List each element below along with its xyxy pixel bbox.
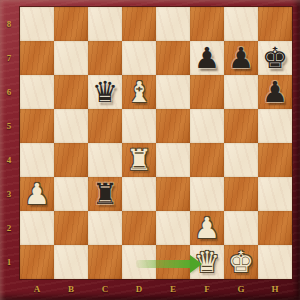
black-pawn-g7[interactable]: ♟	[224, 41, 258, 75]
rank-label-6: 6	[2, 75, 16, 109]
white-rook-d4[interactable]: ♜	[122, 143, 156, 177]
square-c2[interactable]	[88, 211, 122, 245]
square-c6[interactable]: ♛	[88, 75, 122, 109]
square-e3[interactable]	[156, 177, 190, 211]
white-bishop-d6[interactable]: ♝	[122, 75, 156, 109]
last-move-arrow-shaft	[136, 260, 190, 268]
square-e6[interactable]	[156, 75, 190, 109]
square-a4[interactable]	[20, 143, 54, 177]
square-h3[interactable]	[258, 177, 292, 211]
file-label-d: D	[122, 279, 156, 300]
square-a3[interactable]: ♟	[20, 177, 54, 211]
rank-label-1: 1	[2, 245, 16, 279]
square-b8[interactable]	[54, 7, 88, 41]
square-h5[interactable]	[258, 109, 292, 143]
file-label-h: H	[258, 279, 292, 300]
file-label-b: B	[54, 279, 88, 300]
square-b1[interactable]	[54, 245, 88, 279]
square-f8[interactable]	[190, 7, 224, 41]
square-c3[interactable]: ♜	[88, 177, 122, 211]
square-f4[interactable]	[190, 143, 224, 177]
rank-label-7: 7	[2, 41, 16, 75]
square-e5[interactable]	[156, 109, 190, 143]
square-h1[interactable]	[258, 245, 292, 279]
square-c5[interactable]	[88, 109, 122, 143]
square-g5[interactable]	[224, 109, 258, 143]
square-c8[interactable]	[88, 7, 122, 41]
square-h2[interactable]	[258, 211, 292, 245]
file-label-g: G	[224, 279, 258, 300]
rank-label-4: 4	[2, 143, 16, 177]
file-label-f: F	[190, 279, 224, 300]
square-h4[interactable]	[258, 143, 292, 177]
square-g2[interactable]	[224, 211, 258, 245]
square-g3[interactable]	[224, 177, 258, 211]
black-queen-c6[interactable]: ♛	[88, 75, 122, 109]
square-b5[interactable]	[54, 109, 88, 143]
square-a7[interactable]	[20, 41, 54, 75]
chessboard-window: ♟♟♚♛♝♟♜♟♜♟♛♚ 87654321 ABCDEFGH	[0, 0, 300, 300]
white-pawn-a3[interactable]: ♟	[20, 177, 54, 211]
square-f2[interactable]: ♟	[190, 211, 224, 245]
square-d5[interactable]	[122, 109, 156, 143]
white-pawn-f2[interactable]: ♟	[190, 211, 224, 245]
square-d3[interactable]	[122, 177, 156, 211]
square-c7[interactable]	[88, 41, 122, 75]
file-label-a: A	[20, 279, 54, 300]
square-d8[interactable]	[122, 7, 156, 41]
square-d4[interactable]: ♜	[122, 143, 156, 177]
chess-board[interactable]: ♟♟♚♛♝♟♜♟♜♟♛♚	[20, 7, 292, 279]
square-h6[interactable]: ♟	[258, 75, 292, 109]
square-g8[interactable]	[224, 7, 258, 41]
square-a1[interactable]	[20, 245, 54, 279]
square-f7[interactable]: ♟	[190, 41, 224, 75]
rank-label-5: 5	[2, 109, 16, 143]
square-b4[interactable]	[54, 143, 88, 177]
square-f3[interactable]	[190, 177, 224, 211]
white-king-g1[interactable]: ♚	[224, 245, 258, 279]
square-e2[interactable]	[156, 211, 190, 245]
square-g4[interactable]	[224, 143, 258, 177]
square-b7[interactable]	[54, 41, 88, 75]
rank-label-2: 2	[2, 211, 16, 245]
square-g7[interactable]: ♟	[224, 41, 258, 75]
square-b3[interactable]	[54, 177, 88, 211]
file-label-c: C	[88, 279, 122, 300]
square-c4[interactable]	[88, 143, 122, 177]
square-a8[interactable]	[20, 7, 54, 41]
square-b6[interactable]	[54, 75, 88, 109]
last-move-arrow-head	[190, 255, 202, 273]
square-g6[interactable]	[224, 75, 258, 109]
rank-label-3: 3	[2, 177, 16, 211]
black-pawn-h6[interactable]: ♟	[258, 75, 292, 109]
black-pawn-f7[interactable]: ♟	[190, 41, 224, 75]
square-c1[interactable]	[88, 245, 122, 279]
square-a6[interactable]	[20, 75, 54, 109]
square-a2[interactable]	[20, 211, 54, 245]
square-h7[interactable]: ♚	[258, 41, 292, 75]
black-king-h7[interactable]: ♚	[258, 41, 292, 75]
black-rook-c3[interactable]: ♜	[88, 177, 122, 211]
square-h8[interactable]	[258, 7, 292, 41]
square-d6[interactable]: ♝	[122, 75, 156, 109]
square-f5[interactable]	[190, 109, 224, 143]
square-g1[interactable]: ♚	[224, 245, 258, 279]
file-label-e: E	[156, 279, 190, 300]
rank-labels: 87654321	[2, 7, 16, 279]
square-f6[interactable]	[190, 75, 224, 109]
square-d2[interactable]	[122, 211, 156, 245]
square-e4[interactable]	[156, 143, 190, 177]
rank-label-8: 8	[2, 7, 16, 41]
square-b2[interactable]	[54, 211, 88, 245]
square-e7[interactable]	[156, 41, 190, 75]
square-a5[interactable]	[20, 109, 54, 143]
square-d7[interactable]	[122, 41, 156, 75]
file-labels: ABCDEFGH	[20, 279, 292, 300]
square-e8[interactable]	[156, 7, 190, 41]
